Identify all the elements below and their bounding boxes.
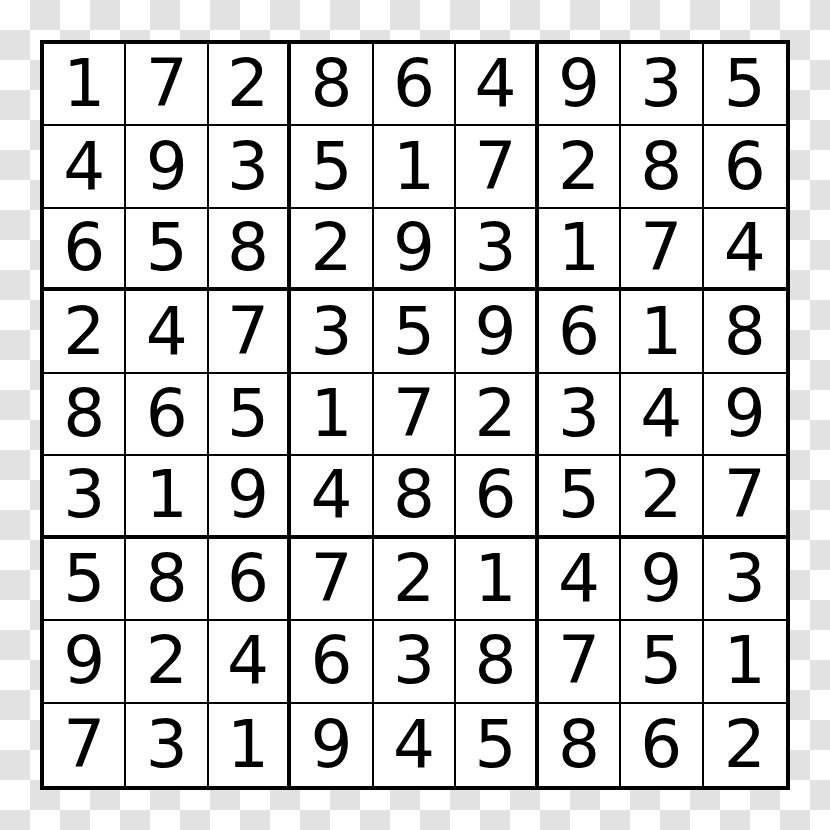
- cell-r8c9: 1: [704, 621, 786, 703]
- cell-r8c3: 4: [209, 621, 291, 703]
- cell-r4c3: 7: [209, 291, 291, 373]
- cell-r1c1: 1: [44, 44, 126, 126]
- cell-r2c9: 6: [704, 126, 786, 208]
- cell-r3c6: 3: [456, 209, 538, 291]
- cell-r5c5: 7: [374, 374, 456, 456]
- cell-r9c2: 3: [126, 704, 208, 786]
- cell-r8c5: 3: [374, 621, 456, 703]
- cell-r4c7: 6: [539, 291, 621, 373]
- cell-r3c3: 8: [209, 209, 291, 291]
- cell-r7c9: 3: [704, 539, 786, 621]
- cell-r1c2: 7: [126, 44, 208, 126]
- cell-r5c7: 3: [539, 374, 621, 456]
- cell-r8c6: 8: [456, 621, 538, 703]
- cell-r2c3: 3: [209, 126, 291, 208]
- cell-r3c5: 9: [374, 209, 456, 291]
- cell-r1c5: 6: [374, 44, 456, 126]
- cell-r1c9: 5: [704, 44, 786, 126]
- cell-r3c4: 2: [291, 209, 373, 291]
- cell-r8c2: 2: [126, 621, 208, 703]
- cell-r8c4: 6: [291, 621, 373, 703]
- cell-r4c5: 5: [374, 291, 456, 373]
- cell-r4c9: 8: [704, 291, 786, 373]
- cell-r6c8: 2: [621, 456, 703, 538]
- cell-r5c3: 5: [209, 374, 291, 456]
- cell-r9c9: 2: [704, 704, 786, 786]
- cell-r7c6: 1: [456, 539, 538, 621]
- cell-r6c7: 5: [539, 456, 621, 538]
- cell-r5c6: 2: [456, 374, 538, 456]
- cell-r4c6: 9: [456, 291, 538, 373]
- cell-r9c8: 6: [621, 704, 703, 786]
- cell-r6c4: 4: [291, 456, 373, 538]
- cell-r7c5: 2: [374, 539, 456, 621]
- cell-r2c7: 2: [539, 126, 621, 208]
- cell-r5c4: 1: [291, 374, 373, 456]
- cell-r1c6: 4: [456, 44, 538, 126]
- cell-r7c8: 9: [621, 539, 703, 621]
- sudoku-board: 1728649354935172866582931742473596188651…: [40, 40, 790, 790]
- cell-r3c7: 1: [539, 209, 621, 291]
- cell-r4c4: 3: [291, 291, 373, 373]
- cell-r1c8: 3: [621, 44, 703, 126]
- cell-r3c9: 4: [704, 209, 786, 291]
- cell-r9c1: 7: [44, 704, 126, 786]
- cell-r5c2: 6: [126, 374, 208, 456]
- cell-r5c9: 9: [704, 374, 786, 456]
- cell-r4c2: 4: [126, 291, 208, 373]
- cell-r1c7: 9: [539, 44, 621, 126]
- cell-r5c1: 8: [44, 374, 126, 456]
- cell-r3c2: 5: [126, 209, 208, 291]
- cell-r7c7: 4: [539, 539, 621, 621]
- cell-r7c3: 6: [209, 539, 291, 621]
- cell-r7c1: 5: [44, 539, 126, 621]
- cell-r6c6: 6: [456, 456, 538, 538]
- cell-r6c2: 1: [126, 456, 208, 538]
- cell-r6c9: 7: [704, 456, 786, 538]
- cell-r3c1: 6: [44, 209, 126, 291]
- cell-r1c4: 8: [291, 44, 373, 126]
- cell-r4c8: 1: [621, 291, 703, 373]
- cell-r7c4: 7: [291, 539, 373, 621]
- cell-r3c8: 7: [621, 209, 703, 291]
- cell-r2c1: 4: [44, 126, 126, 208]
- cell-r6c5: 8: [374, 456, 456, 538]
- cell-r1c3: 2: [209, 44, 291, 126]
- cell-r8c8: 5: [621, 621, 703, 703]
- cell-r9c7: 8: [539, 704, 621, 786]
- cell-r9c6: 5: [456, 704, 538, 786]
- cell-r2c4: 5: [291, 126, 373, 208]
- transparency-checkerboard-background: 1728649354935172866582931742473596188651…: [0, 0, 830, 830]
- cell-r2c8: 8: [621, 126, 703, 208]
- cell-r5c8: 4: [621, 374, 703, 456]
- cell-r8c7: 7: [539, 621, 621, 703]
- cell-r7c2: 8: [126, 539, 208, 621]
- cell-r2c6: 7: [456, 126, 538, 208]
- cell-r2c5: 1: [374, 126, 456, 208]
- cell-r6c3: 9: [209, 456, 291, 538]
- cell-r6c1: 3: [44, 456, 126, 538]
- cell-r9c5: 4: [374, 704, 456, 786]
- cell-r9c3: 1: [209, 704, 291, 786]
- cell-r9c4: 9: [291, 704, 373, 786]
- cell-r4c1: 2: [44, 291, 126, 373]
- cell-r8c1: 9: [44, 621, 126, 703]
- cell-r2c2: 9: [126, 126, 208, 208]
